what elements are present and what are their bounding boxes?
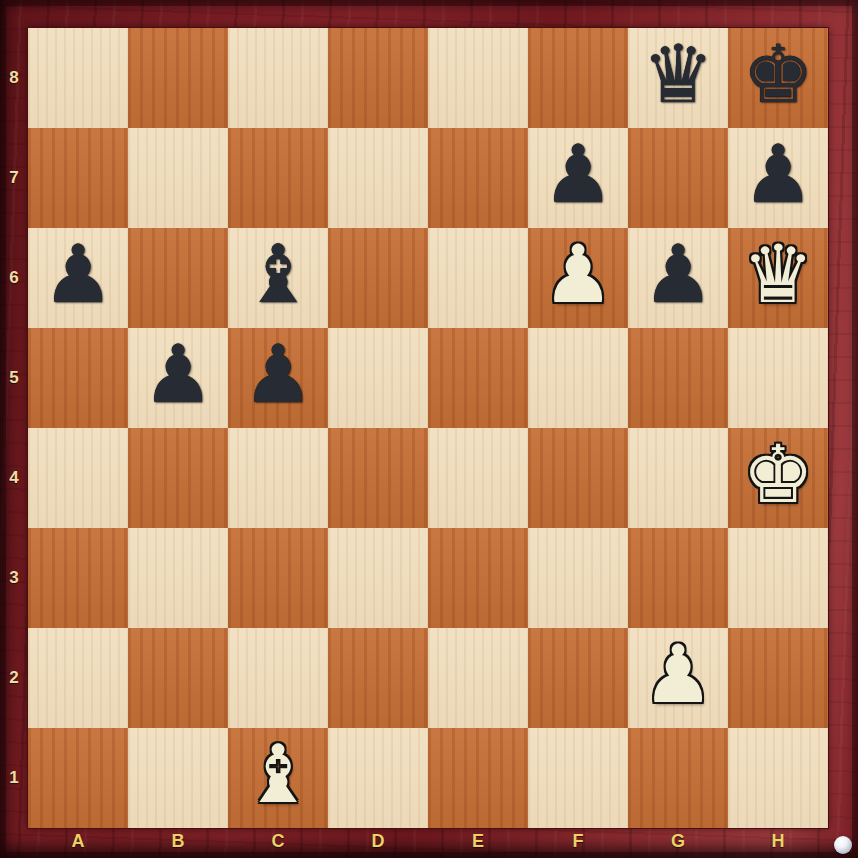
square-a7[interactable] [28, 128, 128, 228]
chess-board: ♛♚♟♟♟♝♟♟♛♟♟♚♟♝ [28, 28, 828, 828]
square-e1[interactable] [428, 728, 528, 828]
file-label-e: E [428, 828, 528, 858]
square-b3[interactable] [128, 528, 228, 628]
square-g3[interactable] [628, 528, 728, 628]
square-d4[interactable] [328, 428, 428, 528]
square-h4[interactable]: ♚ [728, 428, 828, 528]
square-c2[interactable] [228, 628, 328, 728]
square-a6[interactable]: ♟ [28, 228, 128, 328]
square-f6[interactable]: ♟ [528, 228, 628, 328]
file-label-f: F [528, 828, 628, 858]
white-to-move-indicator-ball [834, 836, 852, 854]
square-b8[interactable] [128, 28, 228, 128]
square-g2[interactable]: ♟ [628, 628, 728, 728]
square-h2[interactable] [728, 628, 828, 728]
square-f4[interactable] [528, 428, 628, 528]
file-label-c: C [228, 828, 328, 858]
square-f7[interactable]: ♟ [528, 128, 628, 228]
square-h7[interactable]: ♟ [728, 128, 828, 228]
square-a4[interactable] [28, 428, 128, 528]
square-h5[interactable] [728, 328, 828, 428]
square-h6[interactable]: ♛ [728, 228, 828, 328]
square-b7[interactable] [128, 128, 228, 228]
piece-white-pawn-f6[interactable]: ♟ [542, 235, 614, 315]
square-e6[interactable] [428, 228, 528, 328]
square-a2[interactable] [28, 628, 128, 728]
square-c3[interactable] [228, 528, 328, 628]
square-e4[interactable] [428, 428, 528, 528]
square-c7[interactable] [228, 128, 328, 228]
square-e8[interactable] [428, 28, 528, 128]
rank-label-2: 2 [0, 628, 28, 728]
square-d1[interactable] [328, 728, 428, 828]
square-g8[interactable]: ♛ [628, 28, 728, 128]
square-a5[interactable] [28, 328, 128, 428]
file-label-a: A [28, 828, 128, 858]
rank-label-1: 1 [0, 728, 28, 828]
square-c5[interactable]: ♟ [228, 328, 328, 428]
square-b4[interactable] [128, 428, 228, 528]
square-d6[interactable] [328, 228, 428, 328]
square-c8[interactable] [228, 28, 328, 128]
rank-label-7: 7 [0, 128, 28, 228]
file-label-b: B [128, 828, 228, 858]
square-f1[interactable] [528, 728, 628, 828]
piece-white-bishop-c1[interactable]: ♝ [242, 735, 314, 815]
square-b5[interactable]: ♟ [128, 328, 228, 428]
square-f2[interactable] [528, 628, 628, 728]
square-d8[interactable] [328, 28, 428, 128]
square-e5[interactable] [428, 328, 528, 428]
piece-black-pawn-a6[interactable]: ♟ [42, 235, 114, 315]
square-h1[interactable] [728, 728, 828, 828]
square-f3[interactable] [528, 528, 628, 628]
board-frame: ♛♚♟♟♟♝♟♟♛♟♟♚♟♝ 87654321 ABCDEFGH [0, 0, 858, 858]
rank-label-6: 6 [0, 228, 28, 328]
square-a3[interactable] [28, 528, 128, 628]
square-g6[interactable]: ♟ [628, 228, 728, 328]
piece-black-pawn-g6[interactable]: ♟ [642, 235, 714, 315]
piece-black-pawn-f7[interactable]: ♟ [542, 135, 614, 215]
square-f8[interactable] [528, 28, 628, 128]
square-c6[interactable]: ♝ [228, 228, 328, 328]
piece-black-bishop-c6[interactable]: ♝ [242, 235, 314, 315]
piece-white-queen-h6[interactable]: ♛ [742, 235, 814, 315]
piece-black-pawn-b5[interactable]: ♟ [142, 335, 214, 415]
square-g4[interactable] [628, 428, 728, 528]
square-a1[interactable] [28, 728, 128, 828]
rank-label-4: 4 [0, 428, 28, 528]
piece-black-pawn-c5[interactable]: ♟ [242, 335, 314, 415]
rank-label-8: 8 [0, 28, 28, 128]
square-g5[interactable] [628, 328, 728, 428]
square-e3[interactable] [428, 528, 528, 628]
file-label-d: D [328, 828, 428, 858]
piece-white-king-h4[interactable]: ♚ [742, 435, 814, 515]
square-b1[interactable] [128, 728, 228, 828]
piece-black-pawn-h7[interactable]: ♟ [742, 135, 814, 215]
square-e2[interactable] [428, 628, 528, 728]
square-f5[interactable] [528, 328, 628, 428]
rank-label-5: 5 [0, 328, 28, 428]
square-c4[interactable] [228, 428, 328, 528]
piece-black-queen-g8[interactable]: ♛ [642, 35, 714, 115]
square-d3[interactable] [328, 528, 428, 628]
square-h3[interactable] [728, 528, 828, 628]
piece-black-king-h8[interactable]: ♚ [742, 35, 814, 115]
square-b2[interactable] [128, 628, 228, 728]
square-a8[interactable] [28, 28, 128, 128]
square-g7[interactable] [628, 128, 728, 228]
square-e7[interactable] [428, 128, 528, 228]
square-d2[interactable] [328, 628, 428, 728]
square-h8[interactable]: ♚ [728, 28, 828, 128]
file-label-h: H [728, 828, 828, 858]
square-b6[interactable] [128, 228, 228, 328]
file-label-g: G [628, 828, 728, 858]
piece-white-pawn-g2[interactable]: ♟ [642, 635, 714, 715]
rank-label-3: 3 [0, 528, 28, 628]
square-g1[interactable] [628, 728, 728, 828]
square-c1[interactable]: ♝ [228, 728, 328, 828]
square-d7[interactable] [328, 128, 428, 228]
square-d5[interactable] [328, 328, 428, 428]
